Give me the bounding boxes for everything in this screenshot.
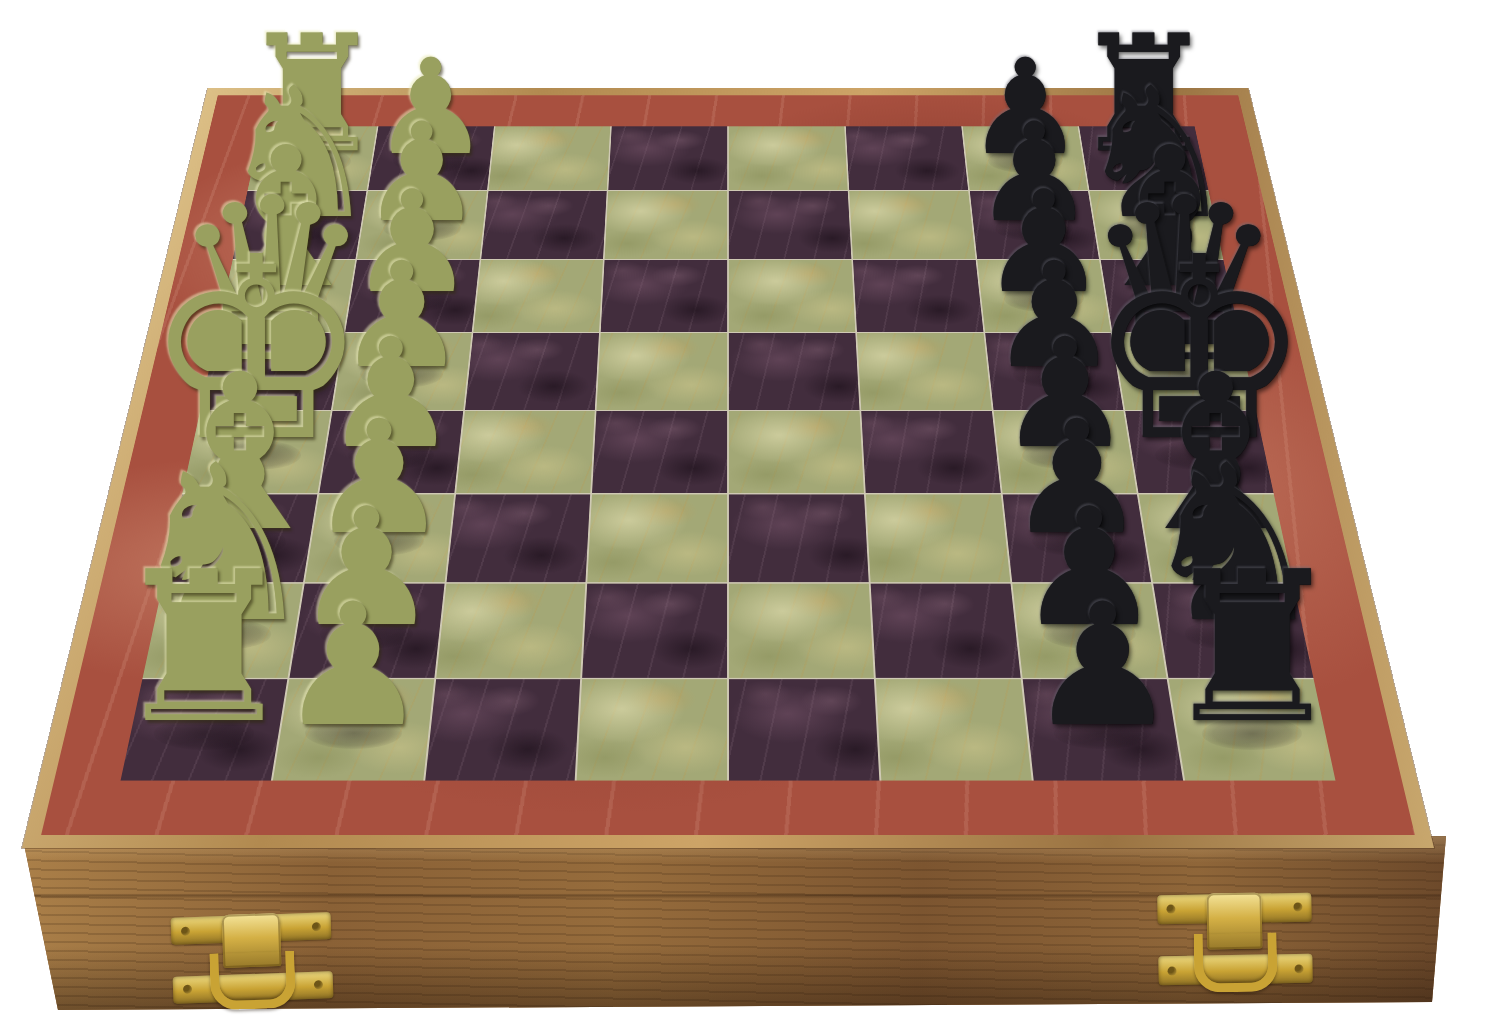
square-h3[interactable]: [425, 679, 581, 780]
square-d6[interactable]: [857, 333, 992, 410]
square-g6[interactable]: [870, 584, 1020, 678]
square-e3[interactable]: [456, 411, 595, 493]
square-b5[interactable]: [729, 191, 851, 259]
square-h6[interactable]: [876, 679, 1032, 780]
square-a3[interactable]: [488, 126, 610, 190]
latch-hook: [209, 951, 296, 1011]
square-c5[interactable]: [729, 260, 855, 332]
square-c6[interactable]: [853, 260, 983, 332]
square-c4[interactable]: [601, 260, 727, 332]
square-b6[interactable]: [849, 191, 975, 259]
square-f6[interactable]: [866, 494, 1010, 582]
square-e4[interactable]: [592, 411, 727, 493]
square-h4[interactable]: [577, 679, 727, 780]
square-d4[interactable]: [597, 333, 727, 410]
square-a6[interactable]: [846, 126, 968, 190]
square-g5[interactable]: [729, 584, 874, 678]
square-f3[interactable]: [446, 494, 590, 582]
piece-green-rook-h1[interactable]: ♜: [110, 544, 297, 752]
square-c3[interactable]: [473, 260, 603, 332]
square-f5[interactable]: [729, 494, 869, 582]
square-e6[interactable]: [861, 411, 1000, 493]
chess-set-photo: ♜♞♝♛♚♝♞♜♟♟♟♟♟♟♟♟♟♟♟♟♟♟♟♟♜♞♝♛♚♝♞♜: [0, 0, 1500, 1023]
square-f4[interactable]: [587, 494, 727, 582]
square-a4[interactable]: [608, 126, 727, 190]
brass-latch-right: [1157, 890, 1313, 989]
piece-black-pawn-h7[interactable]: ♟: [1027, 581, 1179, 750]
square-e5[interactable]: [729, 411, 864, 493]
square-d3[interactable]: [465, 333, 600, 410]
square-d5[interactable]: [729, 333, 859, 410]
square-a5[interactable]: [729, 126, 848, 190]
square-g3[interactable]: [436, 584, 586, 678]
square-g4[interactable]: [582, 584, 727, 678]
square-h5[interactable]: [729, 679, 879, 780]
brass-latch-left: [170, 909, 333, 1007]
latch-hook: [1194, 933, 1278, 993]
square-b4[interactable]: [605, 191, 727, 259]
square-b3[interactable]: [481, 191, 607, 259]
piece-black-rook-h8[interactable]: ♜: [1159, 544, 1346, 752]
piece-green-pawn-h2[interactable]: ♟: [277, 581, 429, 750]
